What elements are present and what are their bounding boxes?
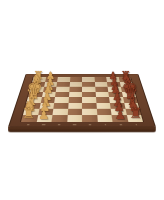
piece-white-knight: ♞ xyxy=(24,100,37,115)
piece-white-rook: ♜ xyxy=(22,107,34,121)
chess-set-product-photo: ♜♟♟♜♞♟♟♞♝♟♟♝♚♟♟♚♛♟♟♛♝♟♟♝♞♟♟♞♜♟♟♜ xyxy=(0,0,164,200)
piece-white-pawn: ♟ xyxy=(44,81,53,92)
piece-black-rook: ♜ xyxy=(121,70,131,81)
piece-white-rook: ♜ xyxy=(33,70,43,81)
piece-white-pawn: ♟ xyxy=(38,109,49,121)
piece-black-knight: ♞ xyxy=(121,73,132,86)
piece-white-pawn: ♟ xyxy=(46,71,55,81)
piece-white-pawn: ♟ xyxy=(45,76,54,86)
pieces-layer: ♜♟♟♜♞♟♟♞♝♟♟♝♚♟♟♚♛♟♟♛♝♟♟♝♞♟♟♞♜♟♟♜ xyxy=(0,0,164,200)
piece-black-king: ♚ xyxy=(122,79,137,96)
piece-black-pawn: ♟ xyxy=(113,96,123,108)
piece-black-pawn: ♟ xyxy=(114,102,125,114)
piece-white-bishop: ♝ xyxy=(25,93,39,108)
piece-white-pawn: ♟ xyxy=(41,96,51,108)
piece-black-bishop: ♝ xyxy=(125,93,139,108)
piece-black-knight: ♞ xyxy=(127,100,140,115)
piece-black-queen: ♛ xyxy=(124,86,139,102)
piece-black-pawn: ♟ xyxy=(109,76,118,86)
piece-white-bishop: ♝ xyxy=(30,77,42,91)
piece-white-pawn: ♟ xyxy=(40,102,51,114)
piece-white-queen: ♛ xyxy=(26,86,41,102)
piece-black-pawn: ♟ xyxy=(115,109,126,121)
piece-white-knight: ♞ xyxy=(32,73,43,86)
piece-black-rook: ♜ xyxy=(129,107,141,121)
piece-black-pawn: ♟ xyxy=(112,91,122,102)
piece-white-king: ♚ xyxy=(27,79,42,96)
piece-black-pawn: ♟ xyxy=(111,85,121,96)
piece-white-pawn: ♟ xyxy=(43,85,53,96)
piece-black-pawn: ♟ xyxy=(109,71,118,81)
piece-black-bishop: ♝ xyxy=(122,77,134,91)
piece-black-pawn: ♟ xyxy=(110,81,119,92)
piece-white-pawn: ♟ xyxy=(42,91,52,102)
